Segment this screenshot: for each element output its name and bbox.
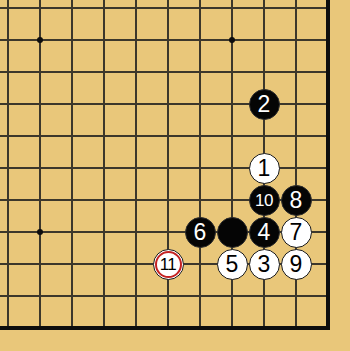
go-board-diagram: 1234567891011 bbox=[0, 0, 350, 351]
move-number: 5 bbox=[226, 252, 239, 275]
move-number: 8 bbox=[290, 188, 303, 211]
stone-black-S5: 8 bbox=[281, 185, 312, 216]
move-number: 10 bbox=[255, 191, 273, 208]
stone-black-P4: 6 bbox=[185, 217, 216, 248]
move-number: 9 bbox=[290, 252, 303, 275]
move-number: 3 bbox=[258, 252, 271, 275]
move-number: 6 bbox=[194, 220, 207, 243]
stone-white-S3: 9 bbox=[281, 249, 312, 280]
stone-black-R5: 10 bbox=[249, 185, 280, 216]
board-stone-grid: 1234567891011 bbox=[0, 0, 344, 344]
stone-black-R4: 4 bbox=[249, 217, 280, 248]
move-number: 1 bbox=[258, 156, 271, 179]
stone-white-Q3: 5 bbox=[217, 249, 248, 280]
stone-black-Q4 bbox=[217, 217, 248, 248]
move-number: 11 bbox=[160, 255, 177, 272]
stone-white-O3: 11 bbox=[153, 249, 184, 280]
move-number: 4 bbox=[258, 220, 271, 243]
star-point-K4 bbox=[37, 229, 43, 235]
stone-white-R6: 1 bbox=[249, 153, 280, 184]
stone-black-R8: 2 bbox=[249, 89, 280, 120]
star-point-Q10 bbox=[229, 37, 235, 43]
move-number: 7 bbox=[290, 220, 303, 243]
star-point-K10 bbox=[37, 37, 43, 43]
stone-white-S4: 7 bbox=[281, 217, 312, 248]
stone-white-R3: 3 bbox=[249, 249, 280, 280]
move-number: 2 bbox=[258, 92, 271, 115]
